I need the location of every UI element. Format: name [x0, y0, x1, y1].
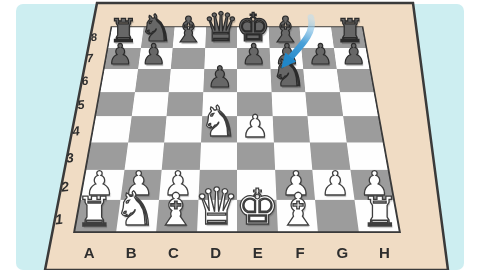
- white-pawn-e4[interactable]: ♟: [241, 111, 269, 142]
- black-knight-f6[interactable]: ♞: [271, 53, 306, 93]
- chess-illustration: ABCDEFGH87654321 ♜♞♝♛♚♝♜♟♟♟♟♟♟♟♞♞♟♟♟♟♟♟♟…: [0, 0, 480, 270]
- white-knight-b1[interactable]: ♞: [114, 186, 156, 233]
- black-pawn-e7[interactable]: ♟: [241, 41, 266, 69]
- black-pawn-g7[interactable]: ♟: [308, 41, 333, 69]
- black-pawn-h7[interactable]: ♟: [341, 41, 366, 69]
- white-king-e1[interactable]: ♚: [235, 184, 279, 233]
- white-pawn-g2[interactable]: ♟: [320, 167, 350, 200]
- white-bishop-f1[interactable]: ♝: [278, 188, 318, 233]
- black-pawn-b7[interactable]: ♟: [141, 41, 166, 69]
- black-pawn-d6[interactable]: ♟: [207, 63, 233, 92]
- white-rook-a1[interactable]: ♜: [76, 192, 113, 233]
- black-pawn-a7[interactable]: ♟: [108, 41, 133, 69]
- black-queen-d8[interactable]: ♛: [203, 8, 239, 48]
- white-bishop-c1[interactable]: ♝: [156, 188, 196, 233]
- white-rook-h1[interactable]: ♜: [361, 192, 398, 233]
- black-bishop-c8[interactable]: ♝: [173, 12, 205, 48]
- white-knight-d4[interactable]: ♞: [200, 101, 238, 143]
- pieces-layer: ♜♞♝♛♚♝♜♟♟♟♟♟♟♟♞♞♟♟♟♟♟♟♟♜♞♝♛♚♝♜: [0, 0, 480, 270]
- white-queen-d1[interactable]: ♛: [194, 182, 240, 233]
